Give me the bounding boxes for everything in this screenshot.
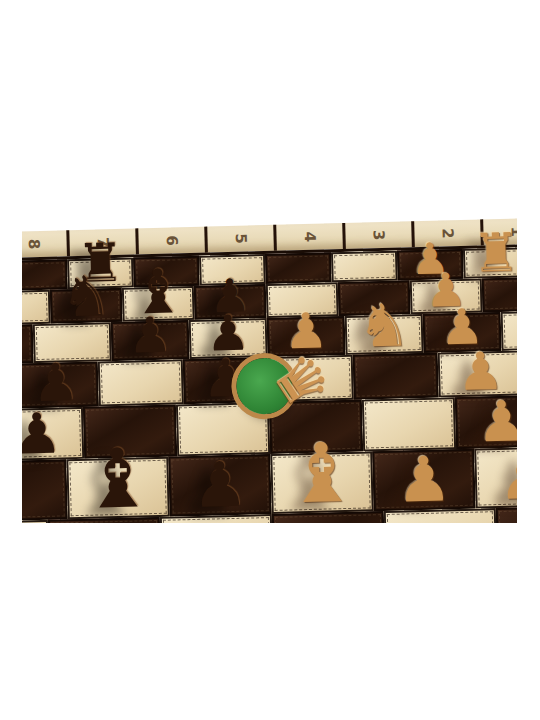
square-c7 xyxy=(22,459,67,522)
frame-label-5: 5 xyxy=(204,225,274,253)
square-c2: ♟ xyxy=(474,446,517,509)
square-g8 xyxy=(22,290,50,326)
square-h3 xyxy=(330,251,397,283)
frame-label-text: 3 xyxy=(369,230,387,241)
square-c6: ♝ xyxy=(66,457,170,520)
frame-label-4: 4 xyxy=(273,223,343,251)
frame-label-text: 6 xyxy=(162,235,180,246)
square-h4 xyxy=(264,252,331,284)
chess-board: 87654321♜♟♜♞♝♟♟♟♟♟♞♟♟♟♛♟♟♟♝♟♝♟♟♟ xyxy=(22,212,517,523)
black-bishop-c6: ♝ xyxy=(80,439,156,519)
board-row-c: ♝♟♝♟♟ xyxy=(22,443,517,523)
square-e6 xyxy=(97,359,183,406)
square-h1: ♜ xyxy=(462,247,517,279)
black-pawn-f6: ♟ xyxy=(127,313,172,361)
square-e4: ♛ xyxy=(267,355,353,402)
square-c4: ♝ xyxy=(270,451,374,514)
fallen-piece-e4: ♛ xyxy=(232,324,394,423)
black-knight-g7: ♞ xyxy=(60,269,112,323)
frame-label-text: 8 xyxy=(24,239,42,250)
frame-label-3: 3 xyxy=(342,221,412,249)
black-pawn-d7: ♟ xyxy=(22,406,62,460)
square-c5: ♟ xyxy=(168,454,272,517)
white-rook-h1: ♜ xyxy=(471,227,517,279)
frame-label-8: 8 xyxy=(22,230,66,258)
square-c3: ♟ xyxy=(372,449,476,512)
frame-label-6: 6 xyxy=(135,227,205,255)
white-pawn-c3: ♟ xyxy=(395,450,452,510)
product-photo: 87654321♜♟♜♞♝♟♟♟♟♟♞♟♟♟♛♟♟♟♝♟♝♟♟♟ xyxy=(22,150,517,523)
white-pawn-c2: ♟ xyxy=(497,448,517,508)
white-bishop-c4: ♝ xyxy=(283,434,359,514)
square-b7 xyxy=(22,520,49,523)
black-pawn-c5: ♟ xyxy=(191,456,248,516)
square-d7: ♟ xyxy=(22,407,84,461)
frame-label-text: 4 xyxy=(300,231,318,242)
frame-label-text: 5 xyxy=(231,233,249,244)
square-g7: ♞ xyxy=(49,288,122,324)
